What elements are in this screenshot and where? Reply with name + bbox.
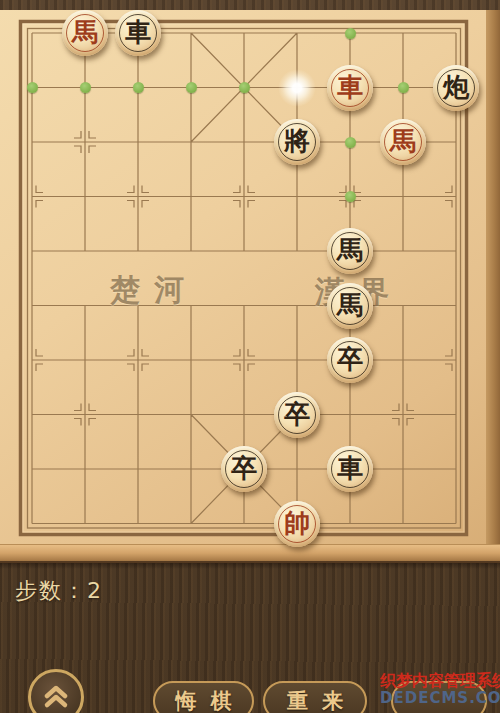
piece-character: 馬 [390, 128, 416, 154]
board-front-shadow [0, 561, 500, 569]
move-hint-dot[interactable] [133, 82, 144, 93]
piece-character: 車 [125, 19, 151, 45]
move-hint-dot[interactable] [239, 82, 250, 93]
move-hint-dot[interactable] [27, 82, 38, 93]
piece-black-horse[interactable]: 馬 [327, 228, 373, 274]
watermark: 织梦内容管理系统 DEDECMS.COM [380, 672, 500, 706]
move-hint-dot[interactable] [80, 82, 91, 93]
piece-character: 炮 [443, 74, 469, 100]
last-move-glow [278, 69, 316, 107]
move-hint-dot[interactable] [345, 28, 356, 39]
piece-character: 卒 [337, 346, 363, 372]
piece-character: 馬 [72, 19, 98, 45]
piece-red-general[interactable]: 帥 [274, 501, 320, 547]
piece-black-soldier[interactable]: 卒 [221, 446, 267, 492]
move-hint-dot[interactable] [398, 82, 409, 93]
restart-button[interactable]: 重来 [263, 681, 367, 713]
move-counter: 步数：2 [15, 576, 103, 606]
piece-black-soldier[interactable]: 卒 [327, 337, 373, 383]
piece-character: 將 [284, 128, 310, 154]
piece-black-cannon[interactable]: 炮 [433, 65, 479, 111]
piece-black-chariot[interactable]: 車 [327, 446, 373, 492]
piece-black-soldier[interactable]: 卒 [274, 392, 320, 438]
undo-button[interactable]: 悔棋 [153, 681, 254, 713]
piece-red-horse[interactable]: 馬 [62, 10, 108, 56]
piece-character: 卒 [231, 455, 257, 481]
piece-character: 馬 [337, 292, 363, 318]
piece-character: 帥 [284, 510, 310, 536]
piece-red-chariot[interactable]: 車 [327, 65, 373, 111]
watermark-line1: 织梦内容管理系统 [380, 672, 500, 690]
board-right-bevel [486, 10, 500, 544]
move-hint-dot[interactable] [186, 82, 197, 93]
board: 馬車車炮將馬馬馬卒卒卒車帥 [6, 6, 483, 551]
double-chevron-up-icon [42, 685, 70, 709]
piece-red-horse[interactable]: 馬 [380, 119, 426, 165]
piece-character: 卒 [284, 401, 310, 427]
piece-character: 馬 [337, 237, 363, 263]
piece-black-horse[interactable]: 馬 [327, 283, 373, 329]
move-hint-dot[interactable] [345, 137, 356, 148]
move-hint-dot[interactable] [345, 191, 356, 202]
watermark-line2: DEDECMS.COM [380, 690, 500, 707]
piece-character: 車 [337, 74, 363, 100]
piece-black-general[interactable]: 將 [274, 119, 320, 165]
piece-black-chariot[interactable]: 車 [115, 10, 161, 56]
piece-character: 車 [337, 455, 363, 481]
